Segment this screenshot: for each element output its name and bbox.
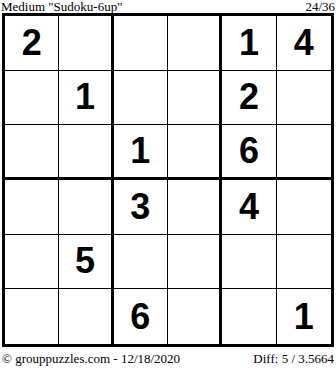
cell-r1c1-given: 2: [5, 16, 59, 71]
cell-r6c5-empty[interactable]: [222, 289, 276, 344]
footer: © grouppuzzles.com - 12/18/2020 Diff: 5 …: [2, 351, 334, 366]
cell-r4c4-empty[interactable]: [168, 180, 222, 235]
puzzle-counter: 24/36: [305, 0, 335, 13]
cell-r3c4-empty[interactable]: [168, 125, 222, 180]
cell-r6c1-empty[interactable]: [5, 289, 59, 344]
cell-r4c2-empty[interactable]: [59, 180, 113, 235]
cell-r1c4-empty[interactable]: [168, 16, 222, 71]
cell-r5c6-empty[interactable]: [277, 235, 331, 290]
cell-r6c6-given: 1: [277, 289, 331, 344]
sudoku-board: 214121634561: [2, 13, 334, 347]
cell-r1c6-given: 4: [277, 16, 331, 71]
difficulty-text: Diff: 5 / 3.5664: [253, 351, 334, 366]
cell-r4c3-given: 3: [114, 180, 168, 235]
cell-r6c4-empty[interactable]: [168, 289, 222, 344]
cell-r2c1-empty[interactable]: [5, 71, 59, 126]
cell-r5c1-empty[interactable]: [5, 235, 59, 290]
cell-r3c1-empty[interactable]: [5, 125, 59, 180]
cell-r3c3-given: 1: [114, 125, 168, 180]
header: Medium "Sudoku-6up" 24/36: [1, 0, 335, 13]
copyright-text: © grouppuzzles.com - 12/18/2020: [2, 351, 180, 366]
cell-r6c2-empty[interactable]: [59, 289, 113, 344]
cell-r1c2-empty[interactable]: [59, 16, 113, 71]
cell-r2c5-given: 2: [222, 71, 276, 126]
cell-r5c4-empty[interactable]: [168, 235, 222, 290]
cell-r1c3-empty[interactable]: [114, 16, 168, 71]
cell-r2c6-empty[interactable]: [277, 71, 331, 126]
cell-r4c6-empty[interactable]: [277, 180, 331, 235]
cell-r4c1-empty[interactable]: [5, 180, 59, 235]
cell-r2c3-empty[interactable]: [114, 71, 168, 126]
puzzle-title: Medium "Sudoku-6up": [1, 0, 122, 13]
cell-r5c2-given: 5: [59, 235, 113, 290]
cell-r3c2-empty[interactable]: [59, 125, 113, 180]
cell-r5c5-empty[interactable]: [222, 235, 276, 290]
cell-r5c3-empty[interactable]: [114, 235, 168, 290]
cell-r6c3-given: 6: [114, 289, 168, 344]
cell-r2c4-empty[interactable]: [168, 71, 222, 126]
sudoku-grid: 214121634561: [5, 16, 331, 344]
cell-r3c6-empty[interactable]: [277, 125, 331, 180]
cell-r2c2-given: 1: [59, 71, 113, 126]
cell-r1c5-given: 1: [222, 16, 276, 71]
cell-r3c5-given: 6: [222, 125, 276, 180]
cell-r4c5-given: 4: [222, 180, 276, 235]
